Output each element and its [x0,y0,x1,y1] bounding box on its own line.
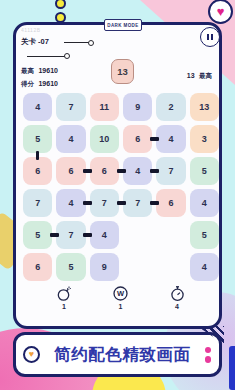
tile[interactable]: 4 [123,157,152,185]
tile[interactable]: 6 [90,157,119,185]
tile[interactable]: 5 [56,253,85,281]
banner-dots-decoration [205,347,212,363]
bomb-prop-button[interactable]: 1 [44,285,84,310]
tile[interactable]: 7 [123,189,152,217]
level-label: 关卡 -07 [21,37,49,47]
banner-heart-badge: ♥ [23,346,40,363]
tile[interactable]: 9 [123,93,152,121]
max-tile-label: 最高 [199,72,212,79]
yellow-dot-decoration [55,0,66,9]
tile[interactable]: 4 [23,93,52,121]
tile[interactable]: 5 [190,221,219,249]
secondary-progress-knob[interactable] [64,53,70,59]
bomb-icon [56,285,73,302]
pause-icon [207,34,209,40]
tile[interactable]: 4 [56,189,85,217]
promo-banner: ♥ 简约配色精致画面 [13,332,222,377]
tile[interactable]: 4 [190,253,219,281]
merge-connector [50,233,59,237]
heart-badge: ♥ [208,0,233,24]
props-row: 1 W 1 4 [44,285,197,310]
best-value: 19610 [38,67,57,74]
tile[interactable]: 4 [156,125,185,153]
tile[interactable]: 5 [23,221,52,249]
empty-cell [123,253,152,281]
tile[interactable]: 6 [23,157,52,185]
merge-connector [117,169,126,173]
pause-icon [211,34,213,40]
merge-connector [117,201,126,205]
timer-icon [169,285,186,302]
merge-connector [36,151,40,160]
pause-button[interactable] [200,27,220,47]
tile[interactable]: 9 [90,253,119,281]
merge-connector [83,169,92,173]
max-tile-block: 13 最高 [187,64,212,82]
tile[interactable]: 7 [90,189,119,217]
secondary-progress-line[interactable] [27,56,67,57]
tile[interactable]: 6 [156,189,185,217]
score-block: 最高 19610 得分 19610 [21,63,58,89]
tile[interactable]: 4 [56,125,85,153]
merge-connector [150,201,159,205]
empty-cell [123,221,152,249]
empty-cell [156,221,185,249]
best-label: 最高 [21,67,34,74]
background-blue-stripe [229,346,235,390]
bomb-count: 1 [62,303,66,310]
wildcard-prop-button[interactable]: W 1 [101,285,141,310]
tile[interactable]: 10 [90,125,119,153]
wildcard-count: 1 [119,303,123,310]
tile[interactable]: 11 [90,93,119,121]
tile[interactable]: 7 [23,189,52,217]
wildcard-glyph: W [117,289,125,298]
promo-banner-text: 简约配色精致画面 [40,344,205,366]
timer-prop-button[interactable]: 4 [157,285,197,310]
tile[interactable]: 2 [156,93,185,121]
heart-icon: ♥ [217,5,225,18]
target-tile: 13 [111,59,134,84]
empty-cell [156,253,185,281]
tile[interactable]: 7 [156,157,185,185]
timer-count: 4 [175,303,179,310]
score-value: 19610 [38,80,57,87]
tile[interactable]: 3 [190,125,219,153]
game-board: 47119213541064366647574776457456594 [23,93,219,281]
tile[interactable]: 6 [56,157,85,185]
score-label: 得分 [21,80,34,87]
tile[interactable]: 4 [190,189,219,217]
merge-connector [150,169,159,173]
wildcard-icon: W [112,285,129,302]
orange-heart-icon: ♥ [29,350,34,359]
merge-connector [83,233,92,237]
level-progress-knob[interactable] [88,40,94,46]
tile[interactable]: 7 [56,93,85,121]
tile[interactable]: 7 [56,221,85,249]
dark-mode-button[interactable]: DARK MODE [104,19,142,31]
max-tile-value: 13 [187,72,195,79]
merge-connector [83,201,92,205]
merge-connector [150,137,159,141]
tile[interactable]: 6 [23,253,52,281]
tile[interactable]: 13 [190,93,219,121]
level-progress-line[interactable] [64,42,90,43]
game-card: 41112B DARK MODE 关卡 -07 最高 19610 得分 1961… [13,22,222,329]
tile[interactable]: 4 [90,221,119,249]
watermark-text: 41112B [21,27,41,33]
tile[interactable]: 5 [190,157,219,185]
tile[interactable]: 6 [123,125,152,153]
tile[interactable]: 5 [23,125,52,153]
